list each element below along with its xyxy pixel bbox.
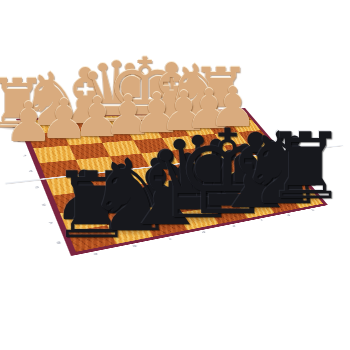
file-label-g: g (286, 214, 290, 217)
rank-label-8: 8 (56, 241, 61, 245)
rank-label-2: 2 (17, 140, 22, 142)
rank-label-3: 3 (22, 155, 27, 157)
chess-board: abcdefgh 12345678 (16, 108, 328, 256)
rank-label-7: 7 (49, 222, 54, 225)
board-grid (22, 110, 323, 252)
rank-label-4: 4 (28, 170, 33, 173)
rank-label-1: 1 (11, 126, 15, 128)
rank-label-6: 6 (42, 203, 47, 206)
chess-set-photo: abcdefgh 12345678 ♜♞♝♛♚♝♞♜♟♟♟♟♟♟♟♟♟♟♟♟♟♟… (0, 0, 350, 350)
file-label-a: a (93, 252, 98, 256)
rank-label-5: 5 (35, 186, 40, 189)
file-label-e: e (232, 225, 236, 228)
file-label-h: h (311, 209, 315, 212)
file-label-b: b (132, 244, 137, 248)
file-label-d: d (201, 231, 206, 234)
file-label-c: c (168, 237, 172, 240)
file-label-f: f (260, 219, 263, 222)
